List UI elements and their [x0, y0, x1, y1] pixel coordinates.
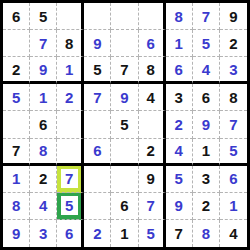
cell-value: 3	[175, 90, 183, 105]
cell-r3c6[interactable]: 8	[139, 57, 166, 84]
cell-r7c5[interactable]	[111, 166, 138, 193]
cell-r4c8[interactable]: 6	[193, 84, 220, 111]
highlight-inner-box: 7	[61, 169, 78, 188]
cell-r4c4[interactable]: 7	[84, 84, 111, 111]
cell-r5c4[interactable]	[84, 111, 111, 138]
cell-r4c6[interactable]: 4	[139, 84, 166, 111]
cell-value: 6	[12, 9, 20, 24]
cell-r9c1[interactable]: 9	[3, 220, 30, 247]
cell-r1c6[interactable]	[139, 3, 166, 30]
cell-value: 6	[65, 226, 73, 241]
cell-value: 7	[175, 226, 183, 241]
cell-r1c2[interactable]: 5	[30, 3, 57, 30]
cell-r8c8[interactable]: 2	[193, 193, 220, 220]
cell-r1c3[interactable]	[57, 3, 84, 30]
cell-r5c3[interactable]	[57, 111, 84, 138]
cell-value: 5	[12, 90, 20, 105]
cell-r4c7[interactable]: 3	[166, 84, 193, 111]
cell-r4c1[interactable]: 5	[3, 84, 30, 111]
cell-value: 5	[202, 36, 210, 51]
cell-r2c9[interactable]: 2	[220, 30, 247, 57]
cell-value: 5	[229, 143, 237, 158]
cell-r6c9[interactable]: 5	[220, 139, 247, 166]
sudoku-board: 6587978961522915786435127943686529778624…	[0, 0, 250, 250]
cell-value: 1	[175, 36, 183, 51]
cell-r5c2[interactable]: 6	[30, 111, 57, 138]
cell-r3c9[interactable]: 3	[220, 57, 247, 84]
cell-value: 7	[12, 143, 20, 158]
cell-r8c4[interactable]	[84, 193, 111, 220]
highlight-inner-box: 5	[61, 196, 78, 215]
cell-r7c6[interactable]: 9	[139, 166, 166, 193]
cell-r6c3[interactable]	[57, 139, 84, 166]
cell-r7c4[interactable]	[84, 166, 111, 193]
cell-r4c5[interactable]: 9	[111, 84, 138, 111]
cell-r8c6[interactable]: 7	[139, 193, 166, 220]
cell-r2c6[interactable]: 6	[139, 30, 166, 57]
cell-value: 3	[229, 62, 237, 77]
cell-r3c2[interactable]: 9	[30, 57, 57, 84]
cell-value: 6	[146, 36, 154, 51]
cell-value: 6	[93, 143, 101, 158]
cell-value: 8	[202, 226, 210, 241]
cell-value: 2	[39, 171, 47, 186]
cell-r5c7[interactable]: 2	[166, 111, 193, 138]
cell-value: 4	[229, 226, 237, 241]
cell-value: 2	[175, 117, 183, 132]
cell-value: 1	[229, 198, 237, 213]
cell-r6c7[interactable]: 4	[166, 139, 193, 166]
cell-r3c4[interactable]: 5	[84, 57, 111, 84]
cell-value: 2	[229, 36, 237, 51]
cell-r7c9[interactable]: 6	[220, 166, 247, 193]
cell-r1c7[interactable]: 8	[166, 3, 193, 30]
cell-value: 1	[39, 90, 47, 105]
cell-value: 3	[39, 226, 47, 241]
cell-value: 8	[146, 62, 154, 77]
cell-value: 8	[175, 9, 183, 24]
cell-r1c4[interactable]	[84, 3, 111, 30]
cell-r3c7[interactable]: 6	[166, 57, 193, 84]
cell-value: 3	[202, 171, 210, 186]
cell-r9c9[interactable]: 4	[220, 220, 247, 247]
cell-value: 2	[202, 198, 210, 213]
cell-r6c2[interactable]: 8	[30, 139, 57, 166]
cell-value: 8	[39, 143, 47, 158]
cell-r9c6[interactable]: 5	[139, 220, 166, 247]
cell-r6c8[interactable]: 1	[193, 139, 220, 166]
cell-value: 4	[39, 198, 47, 213]
cell-value: 1	[120, 226, 128, 241]
cell-r4c9[interactable]: 8	[220, 84, 247, 111]
cell-value: 6	[39, 117, 47, 132]
cell-r5c6[interactable]	[139, 111, 166, 138]
cell-r5c1[interactable]	[3, 111, 30, 138]
cell-r4c2[interactable]: 1	[30, 84, 57, 111]
cell-r9c7[interactable]: 7	[166, 220, 193, 247]
cell-value: 9	[120, 90, 128, 105]
cell-value: 8	[65, 36, 73, 51]
cell-value: 9	[175, 198, 183, 213]
cell-value: 7	[65, 171, 73, 186]
cell-r7c8[interactable]: 3	[193, 166, 220, 193]
cell-value: 5	[39, 9, 47, 24]
cell-r2c7[interactable]: 1	[166, 30, 193, 57]
cell-r6c6[interactable]: 2	[139, 139, 166, 166]
cell-r3c8[interactable]: 4	[193, 57, 220, 84]
cell-r9c4[interactable]: 2	[84, 220, 111, 247]
cell-value: 6	[229, 171, 237, 186]
cell-r8c9[interactable]: 1	[220, 193, 247, 220]
cell-value: 9	[202, 117, 210, 132]
cell-value: 9	[93, 36, 101, 51]
cell-value: 5	[146, 226, 154, 241]
cell-value: 9	[12, 226, 20, 241]
cell-r1c1[interactable]: 6	[3, 3, 30, 30]
cell-r2c2[interactable]: 7	[30, 30, 57, 57]
cell-value: 4	[202, 62, 210, 77]
cell-r2c5[interactable]	[111, 30, 138, 57]
cell-r2c8[interactable]: 5	[193, 30, 220, 57]
cell-value: 1	[65, 62, 73, 77]
cell-r9c2[interactable]: 3	[30, 220, 57, 247]
cell-value: 6	[202, 90, 210, 105]
cell-r8c5[interactable]: 6	[111, 193, 138, 220]
cell-value: 5	[93, 62, 101, 77]
cell-value: 9	[39, 62, 47, 77]
cell-value: 5	[175, 171, 183, 186]
cell-value: 7	[120, 62, 128, 77]
cell-value: 1	[202, 143, 210, 158]
cell-value: 8	[229, 90, 237, 105]
cell-value: 7	[146, 198, 154, 213]
cell-value: 5	[120, 117, 128, 132]
cell-r8c2[interactable]: 4	[30, 193, 57, 220]
cell-r6c1[interactable]: 7	[3, 139, 30, 166]
cell-value: 1	[12, 171, 20, 186]
cell-value: 8	[12, 198, 20, 213]
cell-value: 2	[146, 143, 154, 158]
cell-value: 2	[65, 90, 73, 105]
cell-r1c5[interactable]	[111, 3, 138, 30]
cell-value: 6	[120, 198, 128, 213]
cell-r8c3-highlighted[interactable]: 5	[57, 193, 84, 220]
cell-r3c5[interactable]: 7	[111, 57, 138, 84]
cell-r7c2[interactable]: 2	[30, 166, 57, 193]
cell-value: 4	[146, 90, 154, 105]
cell-r2c4[interactable]: 9	[84, 30, 111, 57]
cell-r6c4[interactable]: 6	[84, 139, 111, 166]
cell-value: 7	[93, 90, 101, 105]
cell-value: 4	[175, 143, 183, 158]
cell-r6c5[interactable]	[111, 139, 138, 166]
cell-r7c3-highlighted[interactable]: 7	[57, 166, 84, 193]
cell-r3c3[interactable]: 1	[57, 57, 84, 84]
cell-r7c7[interactable]: 5	[166, 166, 193, 193]
cell-value: 9	[229, 9, 237, 24]
cell-value: 7	[229, 117, 237, 132]
cell-r2c1[interactable]	[3, 30, 30, 57]
cell-r1c9[interactable]: 9	[220, 3, 247, 30]
cell-value: 7	[202, 9, 210, 24]
cell-r8c7[interactable]: 9	[166, 193, 193, 220]
cell-value: 6	[175, 62, 183, 77]
cell-value: 2	[12, 62, 20, 77]
cell-r9c8[interactable]: 8	[193, 220, 220, 247]
cell-value: 7	[39, 36, 47, 51]
cell-value: 5	[65, 198, 73, 213]
cell-r5c9[interactable]: 7	[220, 111, 247, 138]
cell-value: 2	[93, 226, 101, 241]
cell-r5c8[interactable]: 9	[193, 111, 220, 138]
cell-r9c3[interactable]: 6	[57, 220, 84, 247]
cell-r7c1[interactable]: 1	[3, 166, 30, 193]
cell-r9c5[interactable]: 1	[111, 220, 138, 247]
cell-r4c3[interactable]: 2	[57, 84, 84, 111]
cell-value: 9	[146, 171, 154, 186]
cell-r2c3[interactable]: 8	[57, 30, 84, 57]
cell-r3c1[interactable]: 2	[3, 57, 30, 84]
cell-r5c5[interactable]: 5	[111, 111, 138, 138]
cell-r8c1[interactable]: 8	[3, 193, 30, 220]
cell-r1c8[interactable]: 7	[193, 3, 220, 30]
